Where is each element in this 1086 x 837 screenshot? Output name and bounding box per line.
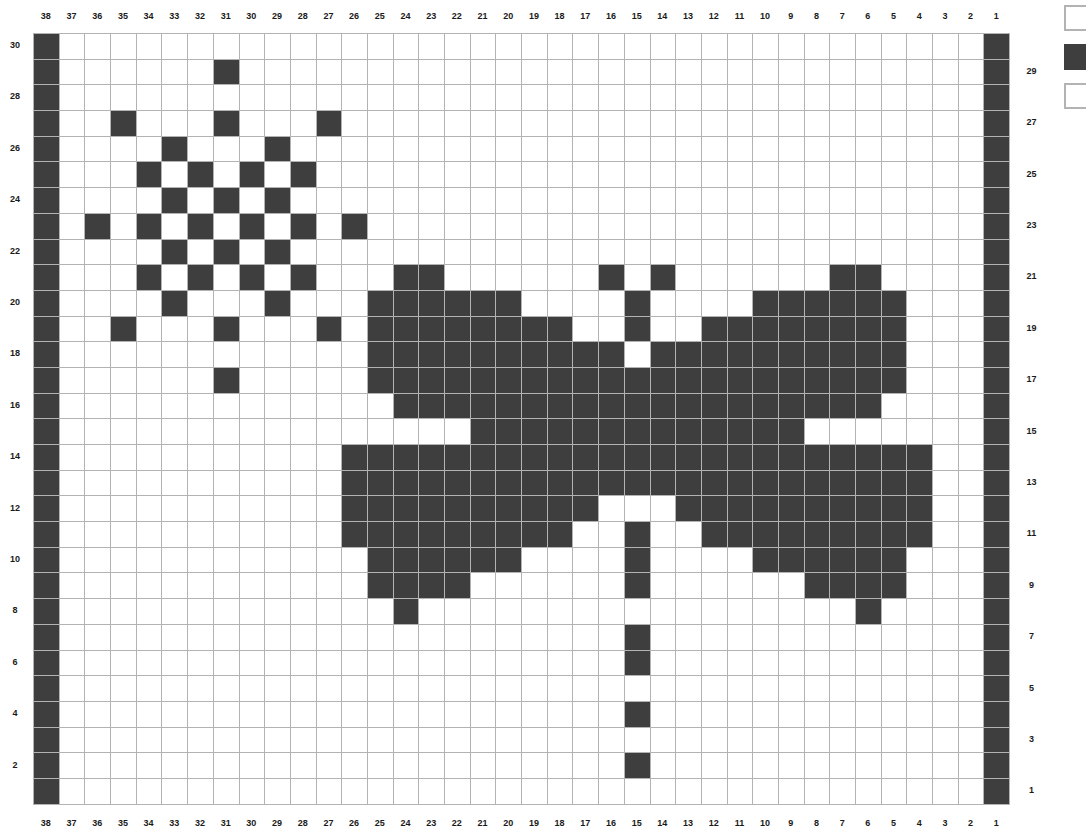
grid-cell-filled[interactable] bbox=[34, 34, 60, 60]
grid-cell-empty[interactable] bbox=[548, 753, 574, 779]
grid-cell-empty[interactable] bbox=[111, 471, 137, 497]
grid-cell-filled[interactable] bbox=[394, 342, 420, 368]
grid-cell-empty[interactable] bbox=[728, 599, 754, 625]
grid-cell-empty[interactable] bbox=[573, 291, 599, 317]
grid-cell-filled[interactable] bbox=[548, 342, 574, 368]
grid-cell-filled[interactable] bbox=[162, 291, 188, 317]
grid-cell-empty[interactable] bbox=[907, 162, 933, 188]
grid-cell-empty[interactable] bbox=[85, 240, 111, 266]
grid-cell-filled[interactable] bbox=[625, 625, 651, 651]
grid-cell-filled[interactable] bbox=[651, 445, 677, 471]
grid-cell-empty[interactable] bbox=[342, 368, 368, 394]
grid-cell-empty[interactable] bbox=[394, 702, 420, 728]
grid-cell-empty[interactable] bbox=[676, 522, 702, 548]
grid-cell-filled[interactable] bbox=[984, 753, 1010, 779]
grid-cell-empty[interactable] bbox=[779, 188, 805, 214]
grid-cell-empty[interactable] bbox=[933, 162, 959, 188]
grid-cell-empty[interactable] bbox=[933, 214, 959, 240]
grid-cell-empty[interactable] bbox=[471, 162, 497, 188]
grid-cell-empty[interactable] bbox=[471, 625, 497, 651]
grid-cell-filled[interactable] bbox=[214, 188, 240, 214]
grid-cell-empty[interactable] bbox=[779, 137, 805, 163]
grid-cell-empty[interactable] bbox=[522, 548, 548, 574]
grid-cell-filled[interactable] bbox=[882, 496, 908, 522]
grid-cell-empty[interactable] bbox=[702, 599, 728, 625]
grid-cell-empty[interactable] bbox=[522, 60, 548, 86]
grid-cell-empty[interactable] bbox=[419, 625, 445, 651]
grid-cell-empty[interactable] bbox=[959, 291, 985, 317]
grid-cell-empty[interactable] bbox=[856, 676, 882, 702]
grid-cell-empty[interactable] bbox=[728, 162, 754, 188]
grid-cell-empty[interactable] bbox=[137, 111, 163, 137]
grid-cell-empty[interactable] bbox=[188, 291, 214, 317]
grid-cell-empty[interactable] bbox=[651, 728, 677, 754]
grid-cell-empty[interactable] bbox=[959, 625, 985, 651]
grid-cell-empty[interactable] bbox=[753, 34, 779, 60]
grid-cell-filled[interactable] bbox=[676, 496, 702, 522]
grid-cell-empty[interactable] bbox=[445, 214, 471, 240]
grid-cell-empty[interactable] bbox=[753, 728, 779, 754]
grid-cell-filled[interactable] bbox=[856, 522, 882, 548]
grid-cell-empty[interactable] bbox=[496, 651, 522, 677]
grid-cell-empty[interactable] bbox=[830, 137, 856, 163]
grid-cell-empty[interactable] bbox=[291, 188, 317, 214]
grid-cell-filled[interactable] bbox=[214, 60, 240, 86]
grid-cell-empty[interactable] bbox=[85, 85, 111, 111]
grid-cell-empty[interactable] bbox=[471, 188, 497, 214]
grid-cell-filled[interactable] bbox=[291, 214, 317, 240]
grid-cell-filled[interactable] bbox=[471, 394, 497, 420]
grid-cell-empty[interactable] bbox=[702, 111, 728, 137]
grid-cell-filled[interactable] bbox=[419, 265, 445, 291]
grid-cell-filled[interactable] bbox=[573, 419, 599, 445]
grid-cell-empty[interactable] bbox=[60, 342, 86, 368]
grid-cell-filled[interactable] bbox=[394, 548, 420, 574]
grid-cell-empty[interactable] bbox=[676, 265, 702, 291]
grid-cell-empty[interactable] bbox=[162, 317, 188, 343]
grid-cell-empty[interactable] bbox=[676, 651, 702, 677]
grid-cell-empty[interactable] bbox=[676, 625, 702, 651]
grid-cell-filled[interactable] bbox=[907, 445, 933, 471]
grid-cell-empty[interactable] bbox=[599, 651, 625, 677]
grid-cell-empty[interactable] bbox=[137, 573, 163, 599]
grid-cell-filled[interactable] bbox=[496, 368, 522, 394]
grid-cell-empty[interactable] bbox=[111, 625, 137, 651]
grid-cell-empty[interactable] bbox=[317, 188, 343, 214]
grid-cell-empty[interactable] bbox=[805, 702, 831, 728]
grid-cell-empty[interactable] bbox=[471, 728, 497, 754]
grid-cell-filled[interactable] bbox=[753, 445, 779, 471]
grid-cell-empty[interactable] bbox=[548, 599, 574, 625]
grid-cell-empty[interactable] bbox=[85, 419, 111, 445]
grid-cell-empty[interactable] bbox=[805, 240, 831, 266]
grid-cell-empty[interactable] bbox=[368, 702, 394, 728]
grid-cell-empty[interactable] bbox=[188, 317, 214, 343]
grid-cell-empty[interactable] bbox=[265, 625, 291, 651]
grid-cell-empty[interactable] bbox=[368, 60, 394, 86]
grid-cell-filled[interactable] bbox=[34, 728, 60, 754]
grid-cell-filled[interactable] bbox=[753, 471, 779, 497]
grid-cell-empty[interactable] bbox=[933, 779, 959, 805]
grid-cell-empty[interactable] bbox=[265, 317, 291, 343]
grid-cell-empty[interactable] bbox=[317, 728, 343, 754]
grid-cell-empty[interactable] bbox=[753, 85, 779, 111]
grid-cell-empty[interactable] bbox=[111, 394, 137, 420]
grid-cell-empty[interactable] bbox=[265, 728, 291, 754]
grid-cell-empty[interactable] bbox=[419, 651, 445, 677]
grid-cell-filled[interactable] bbox=[34, 651, 60, 677]
grid-cell-filled[interactable] bbox=[522, 368, 548, 394]
grid-cell-empty[interactable] bbox=[240, 548, 266, 574]
grid-cell-filled[interactable] bbox=[34, 111, 60, 137]
grid-cell-empty[interactable] bbox=[779, 728, 805, 754]
grid-cell-empty[interactable] bbox=[471, 753, 497, 779]
grid-cell-empty[interactable] bbox=[522, 779, 548, 805]
grid-cell-empty[interactable] bbox=[702, 137, 728, 163]
grid-cell-empty[interactable] bbox=[933, 317, 959, 343]
grid-cell-empty[interactable] bbox=[522, 702, 548, 728]
grid-cell-filled[interactable] bbox=[753, 368, 779, 394]
grid-cell-filled[interactable] bbox=[214, 368, 240, 394]
grid-cell-filled[interactable] bbox=[753, 522, 779, 548]
grid-cell-filled[interactable] bbox=[984, 85, 1010, 111]
grid-cell-empty[interactable] bbox=[85, 291, 111, 317]
grid-cell-empty[interactable] bbox=[651, 111, 677, 137]
grid-cell-filled[interactable] bbox=[188, 265, 214, 291]
grid-cell-filled[interactable] bbox=[984, 342, 1010, 368]
grid-cell-filled[interactable] bbox=[445, 548, 471, 574]
grid-cell-filled[interactable] bbox=[317, 111, 343, 137]
grid-cell-empty[interactable] bbox=[599, 753, 625, 779]
grid-cell-empty[interactable] bbox=[137, 625, 163, 651]
grid-cell-empty[interactable] bbox=[240, 625, 266, 651]
grid-cell-empty[interactable] bbox=[137, 34, 163, 60]
grid-cell-empty[interactable] bbox=[907, 137, 933, 163]
grid-cell-empty[interactable] bbox=[317, 625, 343, 651]
grid-cell-empty[interactable] bbox=[111, 60, 137, 86]
grid-cell-empty[interactable] bbox=[599, 548, 625, 574]
grid-cell-empty[interactable] bbox=[188, 419, 214, 445]
grid-cell-filled[interactable] bbox=[573, 445, 599, 471]
grid-cell-empty[interactable] bbox=[830, 702, 856, 728]
grid-cell-filled[interactable] bbox=[856, 548, 882, 574]
grid-cell-empty[interactable] bbox=[676, 573, 702, 599]
grid-cell-empty[interactable] bbox=[240, 599, 266, 625]
grid-cell-empty[interactable] bbox=[625, 240, 651, 266]
grid-cell-empty[interactable] bbox=[882, 394, 908, 420]
grid-cell-filled[interactable] bbox=[214, 240, 240, 266]
grid-cell-filled[interactable] bbox=[34, 599, 60, 625]
grid-cell-filled[interactable] bbox=[419, 548, 445, 574]
grid-cell-empty[interactable] bbox=[702, 676, 728, 702]
grid-cell-empty[interactable] bbox=[111, 291, 137, 317]
grid-cell-empty[interactable] bbox=[240, 394, 266, 420]
grid-cell-empty[interactable] bbox=[214, 214, 240, 240]
grid-cell-filled[interactable] bbox=[85, 214, 111, 240]
grid-cell-filled[interactable] bbox=[625, 394, 651, 420]
grid-cell-empty[interactable] bbox=[728, 573, 754, 599]
grid-cell-empty[interactable] bbox=[676, 214, 702, 240]
grid-cell-empty[interactable] bbox=[548, 162, 574, 188]
grid-cell-empty[interactable] bbox=[394, 34, 420, 60]
grid-cell-empty[interactable] bbox=[111, 496, 137, 522]
grid-cell-filled[interactable] bbox=[445, 573, 471, 599]
grid-cell-empty[interactable] bbox=[728, 85, 754, 111]
grid-cell-empty[interactable] bbox=[214, 676, 240, 702]
grid-cell-empty[interactable] bbox=[445, 753, 471, 779]
grid-cell-empty[interactable] bbox=[85, 394, 111, 420]
grid-cell-filled[interactable] bbox=[830, 471, 856, 497]
grid-cell-empty[interactable] bbox=[728, 214, 754, 240]
grid-cell-filled[interactable] bbox=[651, 342, 677, 368]
grid-cell-empty[interactable] bbox=[522, 625, 548, 651]
grid-cell-empty[interactable] bbox=[959, 34, 985, 60]
grid-cell-empty[interactable] bbox=[85, 137, 111, 163]
grid-cell-empty[interactable] bbox=[599, 85, 625, 111]
grid-cell-empty[interactable] bbox=[60, 85, 86, 111]
grid-cell-empty[interactable] bbox=[933, 188, 959, 214]
grid-cell-empty[interactable] bbox=[959, 368, 985, 394]
grid-cell-filled[interactable] bbox=[548, 445, 574, 471]
grid-cell-empty[interactable] bbox=[625, 162, 651, 188]
grid-cell-empty[interactable] bbox=[548, 291, 574, 317]
grid-cell-filled[interactable] bbox=[214, 111, 240, 137]
grid-cell-empty[interactable] bbox=[317, 496, 343, 522]
grid-cell-empty[interactable] bbox=[188, 342, 214, 368]
grid-cell-empty[interactable] bbox=[240, 651, 266, 677]
grid-cell-empty[interactable] bbox=[368, 779, 394, 805]
grid-cell-empty[interactable] bbox=[907, 34, 933, 60]
grid-cell-empty[interactable] bbox=[907, 291, 933, 317]
grid-cell-empty[interactable] bbox=[265, 496, 291, 522]
grid-cell-filled[interactable] bbox=[368, 445, 394, 471]
grid-cell-empty[interactable] bbox=[651, 317, 677, 343]
grid-cell-filled[interactable] bbox=[625, 368, 651, 394]
grid-cell-empty[interactable] bbox=[111, 445, 137, 471]
grid-cell-filled[interactable] bbox=[779, 471, 805, 497]
grid-cell-empty[interactable] bbox=[907, 625, 933, 651]
grid-cell-empty[interactable] bbox=[111, 573, 137, 599]
grid-cell-empty[interactable] bbox=[907, 60, 933, 86]
grid-cell-empty[interactable] bbox=[959, 342, 985, 368]
grid-cell-empty[interactable] bbox=[60, 676, 86, 702]
grid-cell-filled[interactable] bbox=[368, 317, 394, 343]
grid-cell-filled[interactable] bbox=[419, 496, 445, 522]
grid-cell-filled[interactable] bbox=[805, 394, 831, 420]
grid-cell-empty[interactable] bbox=[265, 419, 291, 445]
grid-cell-filled[interactable] bbox=[445, 368, 471, 394]
grid-cell-empty[interactable] bbox=[394, 60, 420, 86]
grid-cell-filled[interactable] bbox=[984, 162, 1010, 188]
grid-cell-empty[interactable] bbox=[214, 419, 240, 445]
grid-cell-empty[interactable] bbox=[779, 265, 805, 291]
grid-cell-empty[interactable] bbox=[85, 445, 111, 471]
grid-cell-empty[interactable] bbox=[933, 676, 959, 702]
grid-cell-empty[interactable] bbox=[188, 728, 214, 754]
grid-cell-empty[interactable] bbox=[137, 342, 163, 368]
grid-cell-empty[interactable] bbox=[753, 702, 779, 728]
grid-cell-empty[interactable] bbox=[162, 676, 188, 702]
grid-cell-empty[interactable] bbox=[651, 651, 677, 677]
grid-cell-empty[interactable] bbox=[496, 753, 522, 779]
grid-cell-empty[interactable] bbox=[548, 702, 574, 728]
grid-cell-empty[interactable] bbox=[830, 753, 856, 779]
grid-cell-empty[interactable] bbox=[265, 599, 291, 625]
grid-cell-empty[interactable] bbox=[394, 676, 420, 702]
grid-cell-empty[interactable] bbox=[137, 779, 163, 805]
grid-cell-filled[interactable] bbox=[522, 419, 548, 445]
grid-cell-filled[interactable] bbox=[471, 342, 497, 368]
grid-cell-empty[interactable] bbox=[728, 60, 754, 86]
grid-cell-empty[interactable] bbox=[728, 188, 754, 214]
grid-cell-empty[interactable] bbox=[265, 445, 291, 471]
grid-cell-filled[interactable] bbox=[188, 162, 214, 188]
grid-cell-empty[interactable] bbox=[265, 111, 291, 137]
grid-cell-empty[interactable] bbox=[522, 291, 548, 317]
grid-cell-empty[interactable] bbox=[60, 291, 86, 317]
grid-cell-empty[interactable] bbox=[882, 419, 908, 445]
grid-cell-filled[interactable] bbox=[625, 753, 651, 779]
grid-cell-filled[interactable] bbox=[34, 137, 60, 163]
grid-cell-empty[interactable] bbox=[651, 522, 677, 548]
grid-cell-empty[interactable] bbox=[342, 291, 368, 317]
grid-cell-filled[interactable] bbox=[625, 317, 651, 343]
grid-cell-empty[interactable] bbox=[137, 522, 163, 548]
grid-cell-empty[interactable] bbox=[753, 265, 779, 291]
grid-cell-filled[interactable] bbox=[753, 394, 779, 420]
grid-cell-empty[interactable] bbox=[317, 342, 343, 368]
grid-cell-filled[interactable] bbox=[394, 496, 420, 522]
grid-cell-empty[interactable] bbox=[317, 548, 343, 574]
grid-cell-empty[interactable] bbox=[805, 676, 831, 702]
grid-cell-filled[interactable] bbox=[882, 342, 908, 368]
grid-cell-empty[interactable] bbox=[548, 779, 574, 805]
grid-cell-empty[interactable] bbox=[676, 317, 702, 343]
grid-cell-empty[interactable] bbox=[651, 34, 677, 60]
grid-cell-empty[interactable] bbox=[162, 214, 188, 240]
grid-cell-empty[interactable] bbox=[60, 779, 86, 805]
grid-cell-empty[interactable] bbox=[214, 137, 240, 163]
grid-cell-empty[interactable] bbox=[599, 779, 625, 805]
grid-cell-empty[interactable] bbox=[291, 676, 317, 702]
grid-cell-empty[interactable] bbox=[342, 651, 368, 677]
grid-cell-filled[interactable] bbox=[702, 471, 728, 497]
grid-cell-filled[interactable] bbox=[805, 368, 831, 394]
grid-cell-filled[interactable] bbox=[445, 394, 471, 420]
grid-cell-empty[interactable] bbox=[805, 85, 831, 111]
grid-cell-filled[interactable] bbox=[137, 265, 163, 291]
grid-cell-empty[interactable] bbox=[214, 496, 240, 522]
grid-cell-empty[interactable] bbox=[214, 394, 240, 420]
grid-cell-filled[interactable] bbox=[394, 291, 420, 317]
grid-cell-filled[interactable] bbox=[779, 368, 805, 394]
grid-cell-empty[interactable] bbox=[830, 85, 856, 111]
grid-cell-empty[interactable] bbox=[60, 548, 86, 574]
grid-cell-empty[interactable] bbox=[805, 753, 831, 779]
grid-cell-empty[interactable] bbox=[85, 573, 111, 599]
grid-cell-empty[interactable] bbox=[394, 625, 420, 651]
grid-cell-empty[interactable] bbox=[728, 651, 754, 677]
grid-cell-empty[interactable] bbox=[907, 599, 933, 625]
grid-cell-filled[interactable] bbox=[265, 240, 291, 266]
grid-cell-empty[interactable] bbox=[60, 445, 86, 471]
grid-cell-empty[interactable] bbox=[317, 137, 343, 163]
grid-cell-empty[interactable] bbox=[111, 779, 137, 805]
grid-cell-empty[interactable] bbox=[291, 779, 317, 805]
grid-cell-filled[interactable] bbox=[805, 471, 831, 497]
grid-cell-filled[interactable] bbox=[676, 368, 702, 394]
grid-cell-empty[interactable] bbox=[214, 522, 240, 548]
grid-cell-filled[interactable] bbox=[548, 394, 574, 420]
grid-cell-empty[interactable] bbox=[907, 240, 933, 266]
grid-cell-empty[interactable] bbox=[779, 599, 805, 625]
grid-cell-filled[interactable] bbox=[856, 265, 882, 291]
grid-cell-empty[interactable] bbox=[548, 728, 574, 754]
grid-cell-empty[interactable] bbox=[471, 599, 497, 625]
grid-cell-empty[interactable] bbox=[162, 599, 188, 625]
grid-cell-empty[interactable] bbox=[933, 548, 959, 574]
grid-cell-filled[interactable] bbox=[419, 342, 445, 368]
grid-cell-empty[interactable] bbox=[728, 111, 754, 137]
grid-cell-empty[interactable] bbox=[753, 137, 779, 163]
grid-cell-filled[interactable] bbox=[445, 342, 471, 368]
grid-cell-empty[interactable] bbox=[368, 625, 394, 651]
grid-cell-empty[interactable] bbox=[85, 625, 111, 651]
grid-cell-filled[interactable] bbox=[548, 522, 574, 548]
grid-cell-filled[interactable] bbox=[522, 496, 548, 522]
grid-cell-filled[interactable] bbox=[728, 419, 754, 445]
grid-cell-empty[interactable] bbox=[496, 137, 522, 163]
grid-cell-empty[interactable] bbox=[265, 85, 291, 111]
grid-cell-empty[interactable] bbox=[240, 60, 266, 86]
grid-cell-filled[interactable] bbox=[111, 111, 137, 137]
grid-cell-filled[interactable] bbox=[728, 496, 754, 522]
grid-cell-empty[interactable] bbox=[342, 137, 368, 163]
grid-cell-filled[interactable] bbox=[830, 522, 856, 548]
grid-cell-empty[interactable] bbox=[573, 137, 599, 163]
grid-cell-empty[interactable] bbox=[291, 34, 317, 60]
grid-cell-empty[interactable] bbox=[522, 676, 548, 702]
grid-cell-empty[interactable] bbox=[394, 214, 420, 240]
grid-cell-empty[interactable] bbox=[882, 137, 908, 163]
grid-cell-empty[interactable] bbox=[60, 599, 86, 625]
grid-cell-empty[interactable] bbox=[522, 34, 548, 60]
grid-cell-empty[interactable] bbox=[522, 162, 548, 188]
grid-cell-empty[interactable] bbox=[342, 625, 368, 651]
grid-cell-empty[interactable] bbox=[162, 573, 188, 599]
grid-cell-filled[interactable] bbox=[984, 137, 1010, 163]
grid-cell-filled[interactable] bbox=[471, 471, 497, 497]
grid-cell-empty[interactable] bbox=[573, 111, 599, 137]
grid-cell-empty[interactable] bbox=[85, 342, 111, 368]
grid-cell-filled[interactable] bbox=[471, 419, 497, 445]
grid-cell-empty[interactable] bbox=[419, 240, 445, 266]
grid-cell-empty[interactable] bbox=[471, 34, 497, 60]
grid-cell-empty[interactable] bbox=[599, 214, 625, 240]
grid-cell-empty[interactable] bbox=[317, 651, 343, 677]
grid-cell-filled[interactable] bbox=[830, 445, 856, 471]
grid-cell-empty[interactable] bbox=[805, 728, 831, 754]
grid-cell-empty[interactable] bbox=[60, 137, 86, 163]
grid-cell-filled[interactable] bbox=[651, 471, 677, 497]
grid-cell-empty[interactable] bbox=[85, 471, 111, 497]
grid-cell-empty[interactable] bbox=[702, 728, 728, 754]
grid-cell-empty[interactable] bbox=[496, 60, 522, 86]
grid-cell-empty[interactable] bbox=[265, 34, 291, 60]
grid-cell-empty[interactable] bbox=[779, 676, 805, 702]
grid-cell-empty[interactable] bbox=[753, 573, 779, 599]
grid-cell-empty[interactable] bbox=[728, 779, 754, 805]
